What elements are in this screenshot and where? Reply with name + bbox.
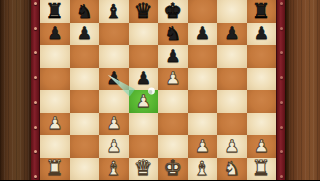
square-d6[interactable] xyxy=(129,45,159,68)
strip-stud xyxy=(280,51,283,54)
square-c1[interactable]: ♝ xyxy=(99,158,129,181)
square-h7[interactable]: ♟ xyxy=(247,23,277,46)
piece-white-p-d4[interactable]: ♟ xyxy=(136,93,151,110)
square-e3[interactable] xyxy=(158,113,188,136)
piece-white-p-c2[interactable]: ♟ xyxy=(106,138,121,155)
piece-black-n-b8[interactable]: ♞ xyxy=(76,2,93,21)
square-a4[interactable] xyxy=(40,90,70,113)
square-a6[interactable] xyxy=(40,45,70,68)
piece-white-b-f1[interactable]: ♝ xyxy=(194,159,211,178)
square-e2[interactable] xyxy=(158,135,188,158)
square-g1[interactable]: ♞ xyxy=(217,158,247,181)
strip-stud xyxy=(280,150,283,153)
square-d7[interactable] xyxy=(129,23,159,46)
square-d5[interactable]: ♟ xyxy=(129,68,159,91)
square-g3[interactable] xyxy=(217,113,247,136)
piece-black-n-e7[interactable]: ♞ xyxy=(164,24,181,43)
square-h6[interactable] xyxy=(247,45,277,68)
piece-black-r-a8[interactable]: ♜ xyxy=(45,1,64,22)
square-f3[interactable] xyxy=(188,113,218,136)
chess-app-window: ♜♞♝♛♚♜♟♟♞♟♟♟♟♟♟♟♟♟♟♟♟♟♟♜♝♛♚♝♞♜ xyxy=(0,0,320,180)
piece-black-p-d5[interactable]: ♟ xyxy=(136,70,151,87)
square-a7[interactable]: ♟ xyxy=(40,23,70,46)
piece-black-q-d8[interactable]: ♛ xyxy=(134,1,153,22)
piece-black-p-c5[interactable]: ♟ xyxy=(106,70,121,87)
square-e1[interactable]: ♚ xyxy=(158,158,188,181)
square-c3[interactable]: ♟ xyxy=(99,113,129,136)
piece-black-r-h8[interactable]: ♜ xyxy=(252,1,271,22)
square-d2[interactable] xyxy=(129,135,159,158)
strip-stud xyxy=(280,101,283,104)
strip-stud xyxy=(280,76,283,79)
piece-white-b-c1[interactable]: ♝ xyxy=(105,159,122,178)
piece-white-r-h1[interactable]: ♜ xyxy=(252,158,271,179)
square-d1[interactable]: ♛ xyxy=(129,158,159,181)
square-b7[interactable]: ♟ xyxy=(70,23,100,46)
strip-stud xyxy=(34,101,37,104)
piece-white-p-f2[interactable]: ♟ xyxy=(195,138,210,155)
square-e6[interactable]: ♟ xyxy=(158,45,188,68)
strip-stud xyxy=(34,175,37,178)
square-g2[interactable]: ♟ xyxy=(217,135,247,158)
square-d4[interactable]: ♟ xyxy=(129,90,159,113)
square-h2[interactable]: ♟ xyxy=(247,135,277,158)
square-a1[interactable]: ♜ xyxy=(40,158,70,181)
square-g8[interactable] xyxy=(217,0,247,23)
square-e4[interactable] xyxy=(158,90,188,113)
square-e5[interactable]: ♟ xyxy=(158,68,188,91)
square-g4[interactable] xyxy=(217,90,247,113)
piece-black-p-e6[interactable]: ♟ xyxy=(165,48,180,65)
piece-black-b-c8[interactable]: ♝ xyxy=(105,2,122,21)
wood-background-left xyxy=(0,0,31,180)
piece-white-n-g1[interactable]: ♞ xyxy=(223,159,240,178)
square-a5[interactable] xyxy=(40,68,70,91)
square-f5[interactable] xyxy=(188,68,218,91)
strip-stud xyxy=(34,27,37,30)
piece-white-k-e1[interactable]: ♚ xyxy=(163,158,182,179)
piece-black-p-f7[interactable]: ♟ xyxy=(195,25,210,42)
piece-black-p-b7[interactable]: ♟ xyxy=(77,25,92,42)
square-f6[interactable] xyxy=(188,45,218,68)
strip-stud xyxy=(280,126,283,129)
square-c5[interactable]: ♟ xyxy=(99,68,129,91)
square-a3[interactable]: ♟ xyxy=(40,113,70,136)
square-b1[interactable] xyxy=(70,158,100,181)
piece-white-p-a3[interactable]: ♟ xyxy=(47,115,62,132)
square-e7[interactable]: ♞ xyxy=(158,23,188,46)
square-a2[interactable] xyxy=(40,135,70,158)
square-g7[interactable]: ♟ xyxy=(217,23,247,46)
piece-black-p-h7[interactable]: ♟ xyxy=(254,25,269,42)
chess-board[interactable]: ♜♞♝♛♚♜♟♟♞♟♟♟♟♟♟♟♟♟♟♟♟♟♟♜♝♛♚♝♞♜ xyxy=(40,0,276,180)
board-edge-strip-right xyxy=(276,0,285,180)
square-f1[interactable]: ♝ xyxy=(188,158,218,181)
square-c2[interactable]: ♟ xyxy=(99,135,129,158)
strip-stud xyxy=(34,150,37,153)
square-h4[interactable] xyxy=(247,90,277,113)
square-h1[interactable]: ♜ xyxy=(247,158,277,181)
piece-black-k-e8[interactable]: ♚ xyxy=(163,1,182,22)
square-h3[interactable] xyxy=(247,113,277,136)
square-e8[interactable]: ♚ xyxy=(158,0,188,23)
strip-stud xyxy=(34,76,37,79)
piece-white-q-d1[interactable]: ♛ xyxy=(134,158,153,179)
square-b6[interactable] xyxy=(70,45,100,68)
piece-white-p-h2[interactable]: ♟ xyxy=(254,138,269,155)
square-f4[interactable] xyxy=(188,90,218,113)
strip-stud xyxy=(34,2,37,5)
square-d3[interactable] xyxy=(129,113,159,136)
strip-stud xyxy=(280,2,283,5)
square-h8[interactable]: ♜ xyxy=(247,0,277,23)
square-b8[interactable]: ♞ xyxy=(70,0,100,23)
board-edge-strip-left xyxy=(31,0,40,180)
square-c6[interactable] xyxy=(99,45,129,68)
square-c8[interactable]: ♝ xyxy=(99,0,129,23)
strip-stud xyxy=(280,175,283,178)
square-g6[interactable] xyxy=(217,45,247,68)
square-f7[interactable]: ♟ xyxy=(188,23,218,46)
square-c4[interactable] xyxy=(99,90,129,113)
piece-black-p-g7[interactable]: ♟ xyxy=(224,25,239,42)
square-d8[interactable]: ♛ xyxy=(129,0,159,23)
square-b3[interactable] xyxy=(70,113,100,136)
square-a8[interactable]: ♜ xyxy=(40,0,70,23)
square-f2[interactable]: ♟ xyxy=(188,135,218,158)
square-g5[interactable] xyxy=(217,68,247,91)
strip-stud xyxy=(34,126,37,129)
square-b5[interactable] xyxy=(70,68,100,91)
strip-stud xyxy=(34,51,37,54)
piece-white-p-c3[interactable]: ♟ xyxy=(106,115,121,132)
square-b4[interactable] xyxy=(70,90,100,113)
piece-white-r-a1[interactable]: ♜ xyxy=(45,158,64,179)
square-f8[interactable] xyxy=(188,0,218,23)
piece-black-p-a7[interactable]: ♟ xyxy=(47,25,62,42)
square-b2[interactable] xyxy=(70,135,100,158)
square-c7[interactable] xyxy=(99,23,129,46)
wood-background-right xyxy=(285,0,320,180)
piece-white-p-e5[interactable]: ♟ xyxy=(165,70,180,87)
square-h5[interactable] xyxy=(247,68,277,91)
piece-white-p-g2[interactable]: ♟ xyxy=(224,138,239,155)
strip-stud xyxy=(280,27,283,30)
